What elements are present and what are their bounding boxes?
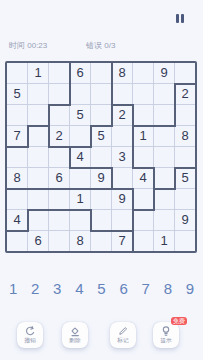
- erase-button-label: 删除: [63, 337, 88, 344]
- sudoku-cell[interactable]: 4: [7, 210, 27, 230]
- sudoku-cell[interactable]: [133, 231, 153, 251]
- sudoku-cell[interactable]: 8: [175, 126, 195, 146]
- sudoku-cell[interactable]: [133, 84, 153, 104]
- sudoku-cell[interactable]: [175, 105, 195, 125]
- number-pad: 123456789: [2, 280, 201, 298]
- sudoku-cell[interactable]: [49, 210, 69, 230]
- sudoku-cell[interactable]: 6: [49, 168, 69, 188]
- sudoku-board: 1689525272518438694519496871: [5, 61, 197, 253]
- sudoku-cell[interactable]: [133, 189, 153, 209]
- sudoku-cell[interactable]: [91, 63, 111, 83]
- numpad-key-6[interactable]: 6: [113, 280, 135, 298]
- sudoku-cell[interactable]: [133, 147, 153, 167]
- toolbar: 撤销删除标记提示免费: [0, 322, 203, 350]
- sudoku-cell[interactable]: 8: [70, 231, 90, 251]
- status-bar: 时间 00:23 错误 0/3: [0, 40, 203, 50]
- bulb-icon: [160, 325, 172, 337]
- error-label: 错误: [86, 41, 102, 50]
- numpad-key-3[interactable]: 3: [46, 280, 68, 298]
- sudoku-cell[interactable]: [133, 63, 153, 83]
- time-display: 时间 00:23: [9, 40, 47, 51]
- undo-button-label: 撤销: [18, 337, 43, 344]
- sudoku-cell[interactable]: [70, 210, 90, 230]
- sudoku-cell[interactable]: 5: [70, 105, 90, 125]
- free-badge: 免费: [171, 317, 187, 325]
- sudoku-cell[interactable]: 9: [112, 189, 132, 209]
- sudoku-cell[interactable]: 5: [7, 84, 27, 104]
- sudoku-cell[interactable]: 8: [112, 63, 132, 83]
- hint-button-label: 提示: [154, 337, 179, 344]
- sudoku-cell[interactable]: [154, 189, 174, 209]
- sudoku-cell[interactable]: 4: [133, 168, 153, 188]
- sudoku-cell[interactable]: [70, 84, 90, 104]
- pencil-icon: [117, 325, 129, 337]
- sudoku-cell[interactable]: [175, 189, 195, 209]
- sudoku-cell[interactable]: 5: [175, 168, 195, 188]
- sudoku-cell[interactable]: [133, 105, 153, 125]
- sudoku-cell[interactable]: 7: [7, 126, 27, 146]
- sudoku-cell[interactable]: [70, 168, 90, 188]
- sudoku-cell[interactable]: [175, 63, 195, 83]
- sudoku-cell[interactable]: [91, 147, 111, 167]
- sudoku-cell[interactable]: [28, 126, 48, 146]
- sudoku-cell[interactable]: [28, 189, 48, 209]
- sudoku-cell[interactable]: [112, 168, 132, 188]
- sudoku-cell[interactable]: 7: [112, 231, 132, 251]
- sudoku-cell[interactable]: [28, 147, 48, 167]
- sudoku-cell[interactable]: [91, 105, 111, 125]
- sudoku-cell[interactable]: 6: [28, 231, 48, 251]
- pause-button[interactable]: [174, 13, 186, 24]
- sudoku-cell[interactable]: [154, 126, 174, 146]
- sudoku-cell[interactable]: 1: [70, 189, 90, 209]
- sudoku-cell[interactable]: 9: [154, 63, 174, 83]
- erase-button[interactable]: 删除: [62, 322, 88, 348]
- numpad-key-9[interactable]: 9: [179, 280, 201, 298]
- sudoku-cell[interactable]: [49, 63, 69, 83]
- notes-button-label: 标记: [111, 337, 136, 344]
- notes-button[interactable]: 标记: [110, 322, 136, 348]
- sudoku-cell[interactable]: [133, 210, 153, 230]
- sudoku-cell[interactable]: 2: [175, 84, 195, 104]
- sudoku-cell[interactable]: [7, 189, 27, 209]
- numpad-key-8[interactable]: 8: [157, 280, 179, 298]
- pause-icon: [181, 14, 184, 23]
- sudoku-cell[interactable]: [49, 84, 69, 104]
- sudoku-cell[interactable]: [112, 126, 132, 146]
- sudoku-cell[interactable]: [112, 210, 132, 230]
- sudoku-cell[interactable]: [112, 84, 132, 104]
- sudoku-cell[interactable]: [7, 63, 27, 83]
- sudoku-cell[interactable]: [28, 84, 48, 104]
- pause-icon: [176, 14, 179, 23]
- sudoku-app-screen: 时间 00:23 错误 0/3 168952527251843869451949…: [0, 0, 203, 360]
- sudoku-cell[interactable]: [91, 84, 111, 104]
- sudoku-cell[interactable]: [28, 105, 48, 125]
- sudoku-cell[interactable]: [154, 210, 174, 230]
- sudoku-cell[interactable]: 9: [175, 210, 195, 230]
- sudoku-cell[interactable]: 8: [7, 168, 27, 188]
- sudoku-cell[interactable]: [49, 189, 69, 209]
- sudoku-cell[interactable]: 2: [112, 105, 132, 125]
- numpad-key-7[interactable]: 7: [135, 280, 157, 298]
- sudoku-cell[interactable]: [154, 168, 174, 188]
- eraser-icon: [69, 325, 81, 337]
- sudoku-cell[interactable]: [154, 105, 174, 125]
- sudoku-cell[interactable]: 4: [70, 147, 90, 167]
- sudoku-cell[interactable]: [70, 126, 90, 146]
- sudoku-cell[interactable]: [91, 231, 111, 251]
- sudoku-cell[interactable]: 1: [154, 231, 174, 251]
- sudoku-cell[interactable]: [49, 231, 69, 251]
- sudoku-cell[interactable]: 2: [49, 126, 69, 146]
- error-value: 0/3: [104, 41, 115, 50]
- error-display: 错误 0/3: [86, 40, 115, 51]
- sudoku-cell[interactable]: 6: [70, 63, 90, 83]
- sudoku-cell[interactable]: [7, 105, 27, 125]
- sudoku-cell[interactable]: [49, 147, 69, 167]
- undo-button[interactable]: 撤销: [17, 322, 43, 348]
- sudoku-cell[interactable]: [154, 147, 174, 167]
- sudoku-cell[interactable]: [91, 210, 111, 230]
- sudoku-cell[interactable]: [7, 147, 27, 167]
- sudoku-cell[interactable]: [28, 210, 48, 230]
- sudoku-cell[interactable]: 9: [91, 168, 111, 188]
- sudoku-cell[interactable]: [175, 147, 195, 167]
- sudoku-cell[interactable]: [49, 105, 69, 125]
- sudoku-cell[interactable]: [28, 168, 48, 188]
- sudoku-cell[interactable]: [175, 231, 195, 251]
- numpad-key-5[interactable]: 5: [90, 280, 112, 298]
- sudoku-cell[interactable]: 1: [133, 126, 153, 146]
- sudoku-cell[interactable]: 3: [112, 147, 132, 167]
- sudoku-cell[interactable]: [7, 231, 27, 251]
- sudoku-cell[interactable]: 5: [91, 126, 111, 146]
- sudoku-cell[interactable]: [154, 84, 174, 104]
- sudoku-cell[interactable]: [91, 189, 111, 209]
- sudoku-cell[interactable]: 1: [28, 63, 48, 83]
- numpad-key-1[interactable]: 1: [2, 280, 24, 298]
- numpad-key-2[interactable]: 2: [24, 280, 46, 298]
- time-label: 时间: [9, 41, 25, 50]
- hint-button[interactable]: 提示免费: [153, 322, 179, 348]
- time-value: 00:23: [27, 41, 47, 50]
- undo-icon: [24, 325, 36, 337]
- numpad-key-4[interactable]: 4: [68, 280, 90, 298]
